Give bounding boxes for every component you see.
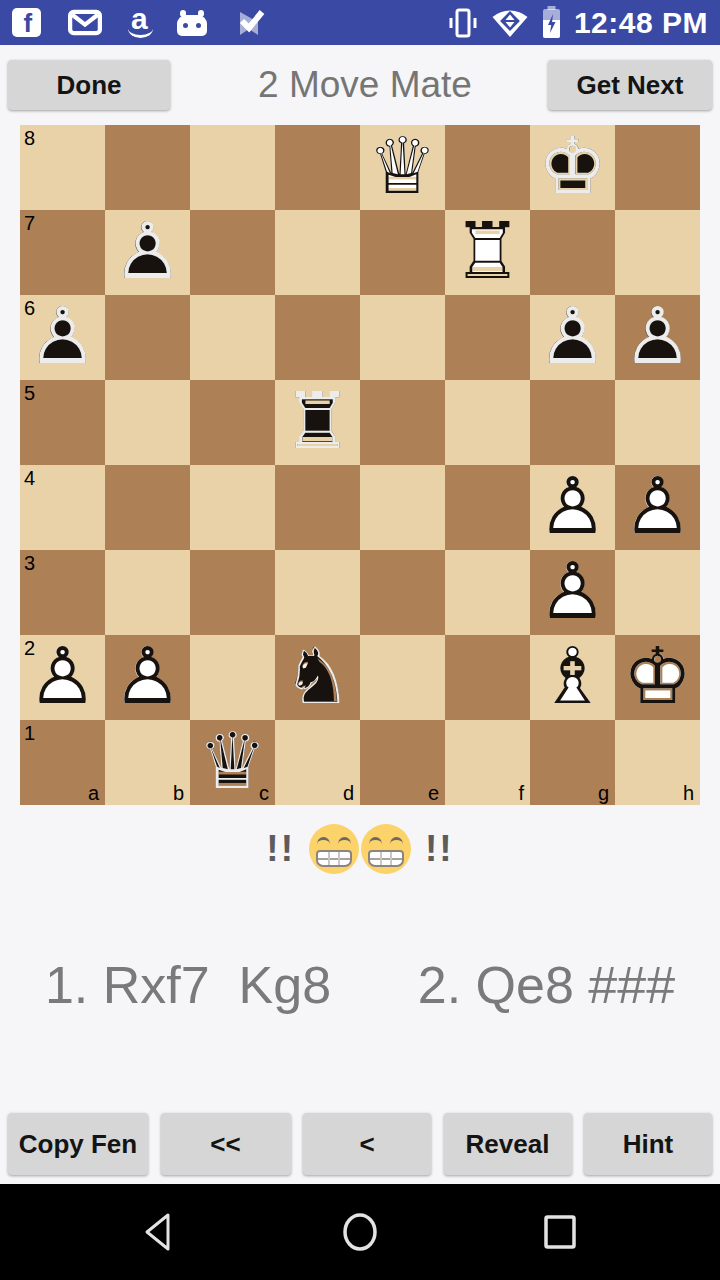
square-g8[interactable]: ♚♔: [530, 125, 615, 210]
grinning-face-emoji: [309, 824, 359, 874]
piece-glyph-outline: ♙: [623, 296, 693, 374]
nav-recents-icon[interactable]: [540, 1212, 580, 1252]
piece-glyph-outline: ♕: [368, 126, 438, 204]
piece-white-pawn[interactable]: ♟♙: [615, 465, 700, 550]
system-status-icons: 12:48 PM: [447, 6, 708, 40]
battery-charging-icon: [541, 6, 562, 39]
file-label-e: e: [428, 783, 439, 803]
square-e4[interactable]: [360, 465, 445, 550]
piece-glyph-outline: ♙: [113, 211, 183, 289]
square-b7[interactable]: ♟♙: [105, 210, 190, 295]
piece-glyph-outline: ♙: [113, 636, 183, 714]
piece-black-pawn[interactable]: ♟♙: [105, 210, 190, 295]
piece-glyph-outline: ♗: [538, 636, 608, 714]
piece-glyph-outline: ♙: [538, 296, 608, 374]
square-f5[interactable]: [445, 380, 530, 465]
reveal-button[interactable]: Reveal: [444, 1113, 572, 1175]
square-c3[interactable]: [190, 550, 275, 635]
get-next-button[interactable]: Get Next: [548, 60, 712, 110]
square-b2[interactable]: ♟♙: [105, 635, 190, 720]
square-g6[interactable]: ♟♙: [530, 295, 615, 380]
rank-label-1: 1: [24, 723, 35, 743]
square-a3[interactable]: 3: [20, 550, 105, 635]
square-b5[interactable]: [105, 380, 190, 465]
piece-glyph-outline: ♔: [538, 126, 608, 204]
hint-button[interactable]: Hint: [584, 1113, 712, 1175]
copy-fen-button[interactable]: Copy Fen: [8, 1113, 148, 1175]
rank-label-6: 6: [24, 298, 35, 318]
square-e3[interactable]: [360, 550, 445, 635]
square-a5[interactable]: 5: [20, 380, 105, 465]
square-g5[interactable]: [530, 380, 615, 465]
square-f2[interactable]: [445, 635, 530, 720]
page-title: 2 Move Mate: [258, 64, 472, 106]
square-e5[interactable]: [360, 380, 445, 465]
square-h1[interactable]: h: [615, 720, 700, 805]
square-h3[interactable]: [615, 550, 700, 635]
square-e2[interactable]: [360, 635, 445, 720]
square-g1[interactable]: g: [530, 720, 615, 805]
square-b8[interactable]: [105, 125, 190, 210]
tasks-check-icon: [234, 8, 266, 38]
square-b1[interactable]: b: [105, 720, 190, 805]
piece-black-king[interactable]: ♚♔: [530, 125, 615, 210]
rewind-button[interactable]: <<: [161, 1113, 291, 1175]
file-label-b: b: [173, 783, 184, 803]
square-h5[interactable]: [615, 380, 700, 465]
square-c8[interactable]: [190, 125, 275, 210]
square-e8[interactable]: ♛♕: [360, 125, 445, 210]
piece-black-pawn[interactable]: ♟♙: [615, 295, 700, 380]
piece-black-rook[interactable]: ♜♖: [275, 380, 360, 465]
square-d3[interactable]: [275, 550, 360, 635]
square-d5[interactable]: ♜♖: [275, 380, 360, 465]
vibrate-icon: [447, 8, 479, 38]
rank-label-2: 2: [24, 638, 35, 658]
square-h7[interactable]: [615, 210, 700, 295]
nav-home-icon[interactable]: [340, 1212, 380, 1252]
square-g7[interactable]: [530, 210, 615, 295]
file-label-f: f: [518, 783, 524, 803]
facebook-icon: [12, 8, 41, 37]
piece-black-knight[interactable]: ♞♘: [275, 635, 360, 720]
square-h2[interactable]: ♚♔: [615, 635, 700, 720]
piece-glyph-outline: ♘: [283, 636, 353, 714]
piece-glyph-outline: ♙: [28, 636, 98, 714]
piece-white-pawn[interactable]: ♟♙: [530, 465, 615, 550]
rank-label-8: 8: [24, 128, 35, 148]
square-b4[interactable]: [105, 465, 190, 550]
square-g2[interactable]: ♝♗: [530, 635, 615, 720]
square-f8[interactable]: [445, 125, 530, 210]
square-c5[interactable]: [190, 380, 275, 465]
header: Done 2 Move Mate Get Next: [0, 45, 720, 125]
toolbar: Copy Fen << < Reveal Hint: [0, 1113, 720, 1177]
square-a6[interactable]: 6♟♙: [20, 295, 105, 380]
square-d1[interactable]: d: [275, 720, 360, 805]
android-icon: [177, 15, 207, 36]
wifi-icon: [491, 8, 529, 38]
piece-glyph-outline: ♙: [538, 551, 608, 629]
square-c4[interactable]: [190, 465, 275, 550]
square-h6[interactable]: ♟♙: [615, 295, 700, 380]
square-h8[interactable]: [615, 125, 700, 210]
piece-white-pawn[interactable]: ♟♙: [105, 635, 190, 720]
square-f4[interactable]: [445, 465, 530, 550]
square-d7[interactable]: [275, 210, 360, 295]
double-exclamation-left: !!: [266, 828, 295, 870]
step-back-button[interactable]: <: [303, 1113, 431, 1175]
reaction-row: !! !!: [0, 820, 720, 878]
piece-glyph-outline: ♖: [283, 381, 353, 459]
square-a7[interactable]: 7: [20, 210, 105, 295]
square-e6[interactable]: [360, 295, 445, 380]
square-f6[interactable]: [445, 295, 530, 380]
square-c1[interactable]: c♛♕: [190, 720, 275, 805]
rank-label-7: 7: [24, 213, 35, 233]
clock: 12:48 PM: [574, 6, 708, 40]
square-a2[interactable]: 2♟♙: [20, 635, 105, 720]
file-label-c: c: [259, 783, 269, 803]
notification-icons: a: [12, 6, 266, 40]
square-d4[interactable]: [275, 465, 360, 550]
square-c6[interactable]: [190, 295, 275, 380]
square-a1[interactable]: 1a: [20, 720, 105, 805]
amazon-icon: a: [129, 6, 150, 40]
piece-white-bishop[interactable]: ♝♗: [530, 635, 615, 720]
square-c7[interactable]: [190, 210, 275, 295]
double-exclamation-right: !!: [425, 828, 454, 870]
file-label-g: g: [598, 783, 609, 803]
nav-back-icon[interactable]: [140, 1212, 180, 1252]
square-h4[interactable]: ♟♙: [615, 465, 700, 550]
piece-glyph-outline: ♙: [623, 466, 693, 544]
square-d8[interactable]: [275, 125, 360, 210]
piece-glyph-outline: ♖: [453, 211, 523, 289]
file-label-h: h: [683, 783, 694, 803]
grinning-emojis: [309, 824, 411, 874]
rank-label-3: 3: [24, 553, 35, 573]
square-b3[interactable]: [105, 550, 190, 635]
square-g4[interactable]: ♟♙: [530, 465, 615, 550]
piece-white-rook[interactable]: ♜♖: [445, 210, 530, 295]
file-label-d: d: [343, 783, 354, 803]
square-c2[interactable]: [190, 635, 275, 720]
solution-moves: 1. Rxf7 Kg8 2. Qe8 ###: [0, 955, 720, 1015]
rank-label-4: 4: [24, 468, 35, 488]
piece-glyph-outline: ♙: [28, 296, 98, 374]
piece-white-king[interactable]: ♚♔: [615, 635, 700, 720]
piece-white-queen[interactable]: ♛♕: [360, 125, 445, 210]
chess-board: 8♛♕♚♔7♟♙♜♖6♟♙♟♙♟♙5♜♖4♟♙♟♙3♟♙2♟♙♟♙♞♘♝♗♚♔1…: [20, 125, 700, 805]
rank-label-5: 5: [24, 383, 35, 403]
square-b6[interactable]: [105, 295, 190, 380]
square-a4[interactable]: 4: [20, 465, 105, 550]
square-a8[interactable]: 8: [20, 125, 105, 210]
square-g3[interactable]: ♟♙: [530, 550, 615, 635]
square-f7[interactable]: ♜♖: [445, 210, 530, 295]
square-d2[interactable]: ♞♘: [275, 635, 360, 720]
status-bar: a 12:48 PM: [0, 0, 720, 45]
piece-black-pawn[interactable]: ♟♙: [530, 295, 615, 380]
square-d6[interactable]: [275, 295, 360, 380]
square-e1[interactable]: e: [360, 720, 445, 805]
android-nav-bar: [0, 1184, 720, 1280]
piece-glyph-outline: ♙: [538, 466, 608, 544]
square-f1[interactable]: f: [445, 720, 530, 805]
gmail-icon: [68, 9, 102, 36]
piece-glyph-outline: ♕: [198, 721, 268, 799]
square-f3[interactable]: [445, 550, 530, 635]
grinning-face-emoji: [361, 824, 411, 874]
file-label-a: a: [88, 783, 99, 803]
piece-glyph-outline: ♔: [623, 636, 693, 714]
piece-white-pawn[interactable]: ♟♙: [530, 550, 615, 635]
square-e7[interactable]: [360, 210, 445, 295]
done-button[interactable]: Done: [8, 60, 170, 110]
